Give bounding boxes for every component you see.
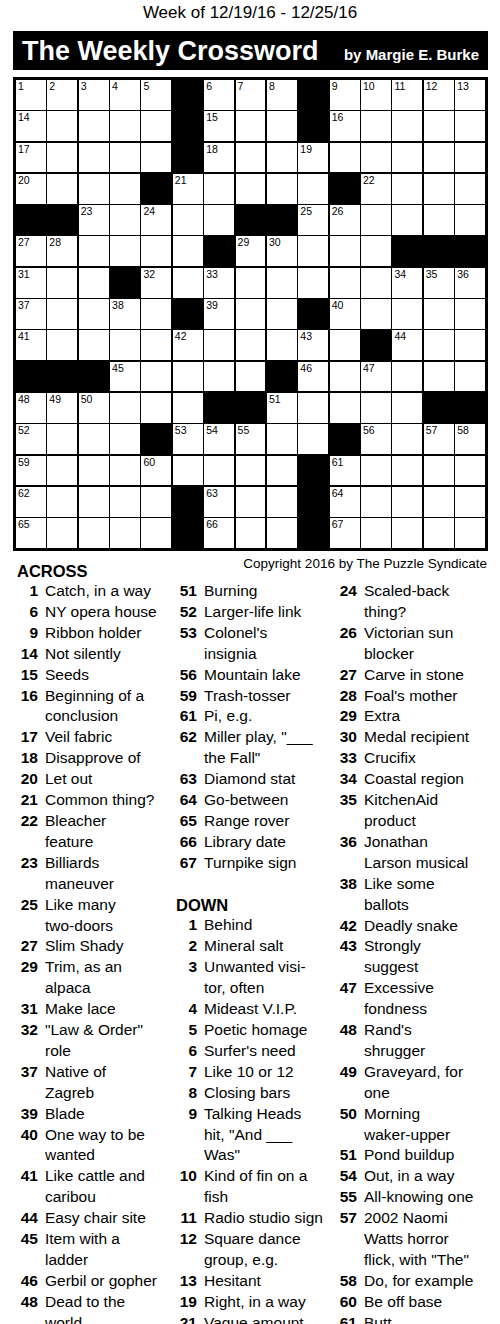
grid-cell[interactable] xyxy=(236,487,266,517)
grid-cell[interactable] xyxy=(424,487,454,517)
grid-cell[interactable] xyxy=(173,205,203,235)
grid-cell[interactable] xyxy=(47,268,77,298)
clue-item: 30Medal recipient xyxy=(329,727,497,748)
clue-item: 16Beginning of aconclusion xyxy=(10,686,166,728)
grid-cell[interactable]: 2 xyxy=(47,80,77,110)
grid-cell[interactable]: 16 xyxy=(330,111,360,141)
grid-cell[interactable]: 8 xyxy=(267,80,297,110)
grid-cell[interactable] xyxy=(173,236,203,266)
grid-cell[interactable] xyxy=(236,174,266,204)
grid-cell[interactable]: 55 xyxy=(236,424,266,454)
cell-number: 23 xyxy=(81,206,93,217)
clue-text: Blade xyxy=(45,1104,166,1125)
grid-cell[interactable] xyxy=(424,330,454,360)
cell-number: 38 xyxy=(112,300,124,311)
grid-cell[interactable]: 20 xyxy=(16,174,46,204)
grid-cell[interactable] xyxy=(424,143,454,173)
grid-cell[interactable] xyxy=(298,424,328,454)
cell-number: 54 xyxy=(206,425,218,436)
grid-cell[interactable]: 23 xyxy=(79,205,109,235)
grid-cell[interactable]: 32 xyxy=(141,268,171,298)
clue-number: 27 xyxy=(10,936,38,957)
grid-cell[interactable] xyxy=(79,268,109,298)
grid-cell[interactable]: 35 xyxy=(424,268,454,298)
black-square xyxy=(16,362,46,392)
grid-cell[interactable] xyxy=(47,174,77,204)
cell-number: 35 xyxy=(426,269,438,280)
cell-number: 61 xyxy=(332,457,344,468)
grid-cell[interactable] xyxy=(267,111,297,141)
grid-cell[interactable] xyxy=(424,362,454,392)
clue-item: 64Go-between xyxy=(169,790,327,811)
cell-number: 47 xyxy=(363,363,375,374)
grid-cell[interactable] xyxy=(173,362,203,392)
grid-cell[interactable]: 11 xyxy=(392,80,422,110)
clue-item: 29Extra xyxy=(329,706,497,727)
clue-number: 6 xyxy=(169,1041,197,1062)
grid-cell[interactable] xyxy=(236,456,266,486)
grid-cell[interactable]: 19 xyxy=(298,143,328,173)
grid-cell[interactable]: 45 xyxy=(110,362,140,392)
cell-number: 3 xyxy=(81,81,87,92)
grid-cell[interactable]: 58 xyxy=(455,424,485,454)
black-square xyxy=(361,330,391,360)
clue-number: 24 xyxy=(329,581,357,602)
grid-cell[interactable]: 43 xyxy=(298,330,328,360)
clue-number: 19 xyxy=(169,1292,197,1313)
black-square xyxy=(298,111,328,141)
cell-number: 5 xyxy=(143,81,149,92)
clue-text: Scaled-backthing? xyxy=(364,581,497,623)
grid-cell[interactable] xyxy=(361,487,391,517)
grid-cell[interactable] xyxy=(267,143,297,173)
grid-cell[interactable] xyxy=(267,487,297,517)
grid-cell[interactable]: 24 xyxy=(141,205,171,235)
grid-cell[interactable] xyxy=(141,330,171,360)
clue-number: 34 xyxy=(329,769,357,790)
grid-cell[interactable]: 40 xyxy=(330,299,360,329)
clue-text: Right, in a way xyxy=(204,1292,327,1313)
grid-cell[interactable]: 63 xyxy=(204,487,234,517)
black-square xyxy=(298,299,328,329)
grid-cell[interactable]: 38 xyxy=(110,299,140,329)
clue-item: 31Make lace xyxy=(10,999,166,1020)
grid-cell[interactable] xyxy=(298,268,328,298)
grid-cell[interactable] xyxy=(110,205,140,235)
grid-cell[interactable] xyxy=(204,174,234,204)
grid-cell[interactable] xyxy=(424,205,454,235)
grid-cell[interactable]: 1 xyxy=(16,80,46,110)
grid-cell[interactable]: 6 xyxy=(204,80,234,110)
grid-cell[interactable] xyxy=(392,518,422,548)
cell-number: 65 xyxy=(18,519,30,530)
grid-cell[interactable] xyxy=(47,424,77,454)
cell-number: 14 xyxy=(18,112,30,123)
grid-cell[interactable] xyxy=(455,487,485,517)
grid-cell[interactable]: 39 xyxy=(204,299,234,329)
grid-cell[interactable] xyxy=(110,393,140,423)
clue-item: 65Range rover xyxy=(169,811,327,832)
grid-cell[interactable]: 66 xyxy=(204,518,234,548)
clue-number: 39 xyxy=(10,1104,38,1125)
clue-column-middle: 51Burning52Larger-life link53Colonel'sin… xyxy=(169,581,327,1324)
grid-cell[interactable] xyxy=(424,299,454,329)
grid-cell[interactable] xyxy=(298,174,328,204)
grid-cell[interactable]: 54 xyxy=(204,424,234,454)
grid-cell[interactable] xyxy=(79,111,109,141)
grid-cell[interactable] xyxy=(392,393,422,423)
clue-column-right: 24Scaled-backthing?26Victorian sunblocke… xyxy=(329,581,497,1324)
black-square xyxy=(392,236,422,266)
grid-cell[interactable] xyxy=(455,456,485,486)
grid-cell[interactable]: 25 xyxy=(298,205,328,235)
grid-cell[interactable] xyxy=(204,205,234,235)
grid-cell[interactable] xyxy=(110,236,140,266)
grid-cell[interactable] xyxy=(330,362,360,392)
grid-cell[interactable] xyxy=(267,268,297,298)
grid-cell[interactable]: 4 xyxy=(110,80,140,110)
grid-cell[interactable] xyxy=(236,518,266,548)
clue-text: Square dancegroup, e.g. xyxy=(204,1229,327,1271)
grid-cell[interactable]: 60 xyxy=(141,456,171,486)
clue-item: 9Ribbon holder xyxy=(10,623,166,644)
clue-number: 65 xyxy=(169,811,197,832)
clue-text: Not silently xyxy=(45,644,166,665)
cell-number: 67 xyxy=(332,519,344,530)
grid-cell[interactable]: 29 xyxy=(236,236,266,266)
grid-cell[interactable]: 9 xyxy=(330,80,360,110)
black-square xyxy=(173,518,203,548)
grid-cell[interactable] xyxy=(392,424,422,454)
grid-cell[interactable] xyxy=(455,299,485,329)
grid-cell[interactable] xyxy=(236,330,266,360)
cell-number: 42 xyxy=(175,331,187,342)
clue-item: 1Catch, in a way xyxy=(10,581,166,602)
grid-cell[interactable]: 41 xyxy=(16,330,46,360)
clue-text: Range rover xyxy=(204,811,327,832)
clue-text: Foal's mother xyxy=(364,686,497,707)
grid-cell[interactable]: 51 xyxy=(267,393,297,423)
grid-cell[interactable] xyxy=(361,518,391,548)
grid-cell[interactable]: 26 xyxy=(330,205,360,235)
grid-cell[interactable]: 61 xyxy=(330,456,360,486)
grid-cell[interactable] xyxy=(267,456,297,486)
grid-cell[interactable]: 62 xyxy=(16,487,46,517)
grid-cell[interactable] xyxy=(330,236,360,266)
grid-cell[interactable] xyxy=(79,487,109,517)
grid-cell[interactable] xyxy=(110,111,140,141)
grid-cell[interactable] xyxy=(47,299,77,329)
grid-cell[interactable] xyxy=(392,487,422,517)
grid-cell[interactable]: 22 xyxy=(361,174,391,204)
grid-cell[interactable] xyxy=(47,143,77,173)
grid-cell[interactable]: 49 xyxy=(47,393,77,423)
grid-cell[interactable] xyxy=(79,174,109,204)
clue-item: 21Common thing? xyxy=(10,790,166,811)
clue-item: 52Larger-life link xyxy=(169,602,327,623)
grid-cell[interactable] xyxy=(361,299,391,329)
grid-cell[interactable]: 42 xyxy=(173,330,203,360)
grid-cell[interactable] xyxy=(79,330,109,360)
cell-number: 4 xyxy=(112,81,118,92)
grid-cell[interactable]: 3 xyxy=(79,80,109,110)
cell-number: 27 xyxy=(18,237,30,248)
grid-cell[interactable] xyxy=(47,518,77,548)
grid-cell[interactable] xyxy=(141,143,171,173)
clue-text: Ribbon holder xyxy=(45,623,166,644)
grid-cell[interactable] xyxy=(79,518,109,548)
grid-cell[interactable] xyxy=(47,330,77,360)
black-square xyxy=(267,362,297,392)
grid-cell[interactable] xyxy=(79,143,109,173)
grid-cell[interactable]: 36 xyxy=(455,268,485,298)
grid-cell[interactable] xyxy=(392,174,422,204)
grid-cell[interactable] xyxy=(361,236,391,266)
clue-item: 13Hesitant xyxy=(169,1271,327,1292)
grid-cell[interactable] xyxy=(361,143,391,173)
grid-cell[interactable] xyxy=(298,393,328,423)
grid-cell[interactable] xyxy=(47,487,77,517)
grid-cell[interactable]: 44 xyxy=(392,330,422,360)
grid-cell[interactable]: 15 xyxy=(204,111,234,141)
clue-text: JonathanLarson musical xyxy=(364,832,497,874)
clue-item: 9Talking Headshit, "And ___Was" xyxy=(169,1104,327,1167)
grid-cell[interactable]: 27 xyxy=(16,236,46,266)
grid-cell[interactable]: 33 xyxy=(204,268,234,298)
grid-cell[interactable] xyxy=(110,487,140,517)
clue-number: 22 xyxy=(10,811,38,832)
grid-cell[interactable] xyxy=(267,174,297,204)
grid-cell[interactable] xyxy=(141,518,171,548)
clue-text: Extra xyxy=(364,706,497,727)
clue-text: Like cattle andcaribou xyxy=(45,1166,166,1208)
grid-cell[interactable] xyxy=(236,299,266,329)
grid-cell[interactable] xyxy=(455,330,485,360)
clue-text: Colonel'sinsignia xyxy=(204,623,327,665)
grid-cell[interactable] xyxy=(79,299,109,329)
grid-cell[interactable] xyxy=(141,487,171,517)
grid-cell[interactable]: 12 xyxy=(424,80,454,110)
clue-number: 57 xyxy=(329,1208,357,1229)
grid-cell[interactable] xyxy=(173,456,203,486)
grid-cell[interactable]: 46 xyxy=(298,362,328,392)
grid-cell[interactable] xyxy=(361,205,391,235)
grid-cell[interactable] xyxy=(455,205,485,235)
cell-number: 9 xyxy=(332,81,338,92)
clue-text: Beginning of aconclusion xyxy=(45,686,166,728)
grid-cell[interactable]: 64 xyxy=(330,487,360,517)
clue-text: Crucifix xyxy=(364,748,497,769)
grid-cell[interactable] xyxy=(455,174,485,204)
grid-cell[interactable] xyxy=(361,268,391,298)
grid-cell[interactable] xyxy=(361,456,391,486)
grid-cell[interactable] xyxy=(79,456,109,486)
clue-number: 12 xyxy=(169,1229,197,1250)
grid-cell[interactable]: 5 xyxy=(141,80,171,110)
grid-cell[interactable] xyxy=(424,518,454,548)
grid-cell[interactable] xyxy=(236,143,266,173)
clue-number: 21 xyxy=(169,1313,197,1324)
grid-cell[interactable] xyxy=(204,362,234,392)
grid-cell[interactable] xyxy=(173,268,203,298)
clue-item: 19Right, in a way xyxy=(169,1292,327,1313)
grid-cell[interactable] xyxy=(110,143,140,173)
grid-cell[interactable] xyxy=(455,143,485,173)
grid-cell[interactable]: 17 xyxy=(16,143,46,173)
puzzle-byline: by Margie E. Burke xyxy=(344,46,479,63)
grid-cell[interactable] xyxy=(141,362,171,392)
clue-item: 15Seeds xyxy=(10,665,166,686)
grid-cell[interactable]: 67 xyxy=(330,518,360,548)
crossword-grid: 1234567891011121314151617181920212223242… xyxy=(13,77,488,551)
clue-text: Out, in a way xyxy=(364,1166,497,1187)
grid-cell[interactable]: 47 xyxy=(361,362,391,392)
grid-cell[interactable]: 53 xyxy=(173,424,203,454)
clue-number: 1 xyxy=(169,915,197,936)
black-square xyxy=(298,518,328,548)
black-square xyxy=(424,393,454,423)
crossword-page: { "page": { "week_title": "Week of 12/19… xyxy=(0,0,500,1324)
clue-number: 43 xyxy=(329,936,357,957)
clue-text: Pond buildup xyxy=(364,1145,497,1166)
clue-text: Kind of fin on afish xyxy=(204,1166,327,1208)
grid-cell[interactable] xyxy=(173,393,203,423)
clue-item: 33Crucifix xyxy=(329,748,497,769)
clue-item: 62Miller play, "___the Fall" xyxy=(169,727,327,769)
grid-cell[interactable] xyxy=(110,456,140,486)
grid-cell[interactable] xyxy=(392,143,422,173)
clue-text: Butt xyxy=(364,1313,497,1324)
clue-number: 26 xyxy=(329,623,357,644)
grid-cell[interactable] xyxy=(424,456,454,486)
grid-cell[interactable]: 57 xyxy=(424,424,454,454)
black-square xyxy=(236,393,266,423)
clue-text: Native ofZagreb xyxy=(45,1062,166,1104)
clue-text: One way to bewanted xyxy=(45,1125,166,1167)
grid-cell[interactable] xyxy=(47,111,77,141)
clue-item: 36JonathanLarson musical xyxy=(329,832,497,874)
clue-item: 37Native ofZagreb xyxy=(10,1062,166,1104)
grid-cell[interactable] xyxy=(392,299,422,329)
grid-cell[interactable] xyxy=(392,205,422,235)
grid-cell[interactable]: 56 xyxy=(361,424,391,454)
clue-text: Let out xyxy=(45,769,166,790)
grid-cell[interactable] xyxy=(330,393,360,423)
grid-cell[interactable] xyxy=(267,518,297,548)
grid-cell[interactable] xyxy=(455,518,485,548)
cell-number: 58 xyxy=(457,425,469,436)
clue-item: 58Do, for example xyxy=(329,1271,497,1292)
black-square xyxy=(424,236,454,266)
clue-number: 46 xyxy=(10,1271,38,1292)
grid-cell[interactable] xyxy=(236,111,266,141)
grid-cell[interactable]: 18 xyxy=(204,143,234,173)
cell-number: 51 xyxy=(269,394,281,405)
grid-cell[interactable] xyxy=(298,236,328,266)
grid-cell[interactable]: 65 xyxy=(16,518,46,548)
grid-cell[interactable]: 50 xyxy=(79,393,109,423)
grid-cell[interactable] xyxy=(330,268,360,298)
grid-cell[interactable] xyxy=(110,424,140,454)
grid-cell[interactable] xyxy=(267,299,297,329)
grid-cell[interactable] xyxy=(424,174,454,204)
grid-cell[interactable] xyxy=(267,424,297,454)
grid-cell[interactable]: 34 xyxy=(392,268,422,298)
grid-cell[interactable] xyxy=(330,143,360,173)
clue-item: 48Dead to theworld xyxy=(10,1292,166,1324)
copyright-notice: Copyright 2016 by The Puzzle Syndicate xyxy=(243,556,487,571)
clue-text: Hesitant xyxy=(204,1271,327,1292)
grid-cell[interactable] xyxy=(392,362,422,392)
clue-number: 32 xyxy=(10,1020,38,1041)
grid-cell[interactable] xyxy=(236,362,266,392)
clue-number: 44 xyxy=(10,1208,38,1229)
grid-cell[interactable] xyxy=(455,111,485,141)
grid-cell[interactable] xyxy=(141,236,171,266)
grid-cell[interactable] xyxy=(204,456,234,486)
grid-cell[interactable]: 59 xyxy=(16,456,46,486)
grid-cell[interactable] xyxy=(392,111,422,141)
grid-cell[interactable]: 28 xyxy=(47,236,77,266)
grid-cell[interactable] xyxy=(267,330,297,360)
grid-cell[interactable]: 30 xyxy=(267,236,297,266)
grid-cell[interactable]: 7 xyxy=(236,80,266,110)
grid-cell[interactable] xyxy=(236,268,266,298)
grid-cell[interactable] xyxy=(455,362,485,392)
clue-item: 20Let out xyxy=(10,769,166,790)
grid-cell[interactable] xyxy=(392,456,422,486)
grid-cell[interactable]: 21 xyxy=(173,174,203,204)
grid-cell[interactable] xyxy=(79,424,109,454)
clue-item: 26Victorian sunblocker xyxy=(329,623,497,665)
grid-cell[interactable] xyxy=(141,299,171,329)
grid-cell[interactable]: 14 xyxy=(16,111,46,141)
clue-number: 38 xyxy=(329,874,357,895)
cell-number: 20 xyxy=(18,175,30,186)
clue-number: 55 xyxy=(329,1187,357,1208)
clue-item: 66Library date xyxy=(169,832,327,853)
clue-item: 41Like cattle andcaribou xyxy=(10,1166,166,1208)
grid-cell[interactable] xyxy=(424,111,454,141)
grid-cell[interactable] xyxy=(141,111,171,141)
clue-number: 4 xyxy=(169,999,197,1020)
cell-number: 24 xyxy=(143,206,155,217)
grid-cell[interactable] xyxy=(110,518,140,548)
grid-cell[interactable] xyxy=(110,330,140,360)
black-square xyxy=(173,487,203,517)
grid-cell[interactable]: 52 xyxy=(16,424,46,454)
grid-cell[interactable]: 31 xyxy=(16,268,46,298)
grid-cell[interactable]: 13 xyxy=(455,80,485,110)
grid-cell[interactable] xyxy=(79,236,109,266)
grid-cell[interactable] xyxy=(330,330,360,360)
week-title: Week of 12/19/16 - 12/25/16 xyxy=(0,3,500,23)
grid-cell[interactable] xyxy=(47,456,77,486)
clue-item: 49Graveyard, forone xyxy=(329,1062,497,1104)
clue-text: Common thing? xyxy=(45,790,166,811)
grid-cell[interactable] xyxy=(141,393,171,423)
grid-cell[interactable]: 48 xyxy=(16,393,46,423)
grid-cell[interactable] xyxy=(361,393,391,423)
black-square xyxy=(455,236,485,266)
clue-text: Deadly snake xyxy=(364,916,497,937)
grid-cell[interactable]: 37 xyxy=(16,299,46,329)
grid-cell[interactable] xyxy=(361,111,391,141)
grid-cell[interactable] xyxy=(204,330,234,360)
grid-cell[interactable]: 10 xyxy=(361,80,391,110)
grid-cell[interactable] xyxy=(110,174,140,204)
clue-number: 17 xyxy=(10,727,38,748)
